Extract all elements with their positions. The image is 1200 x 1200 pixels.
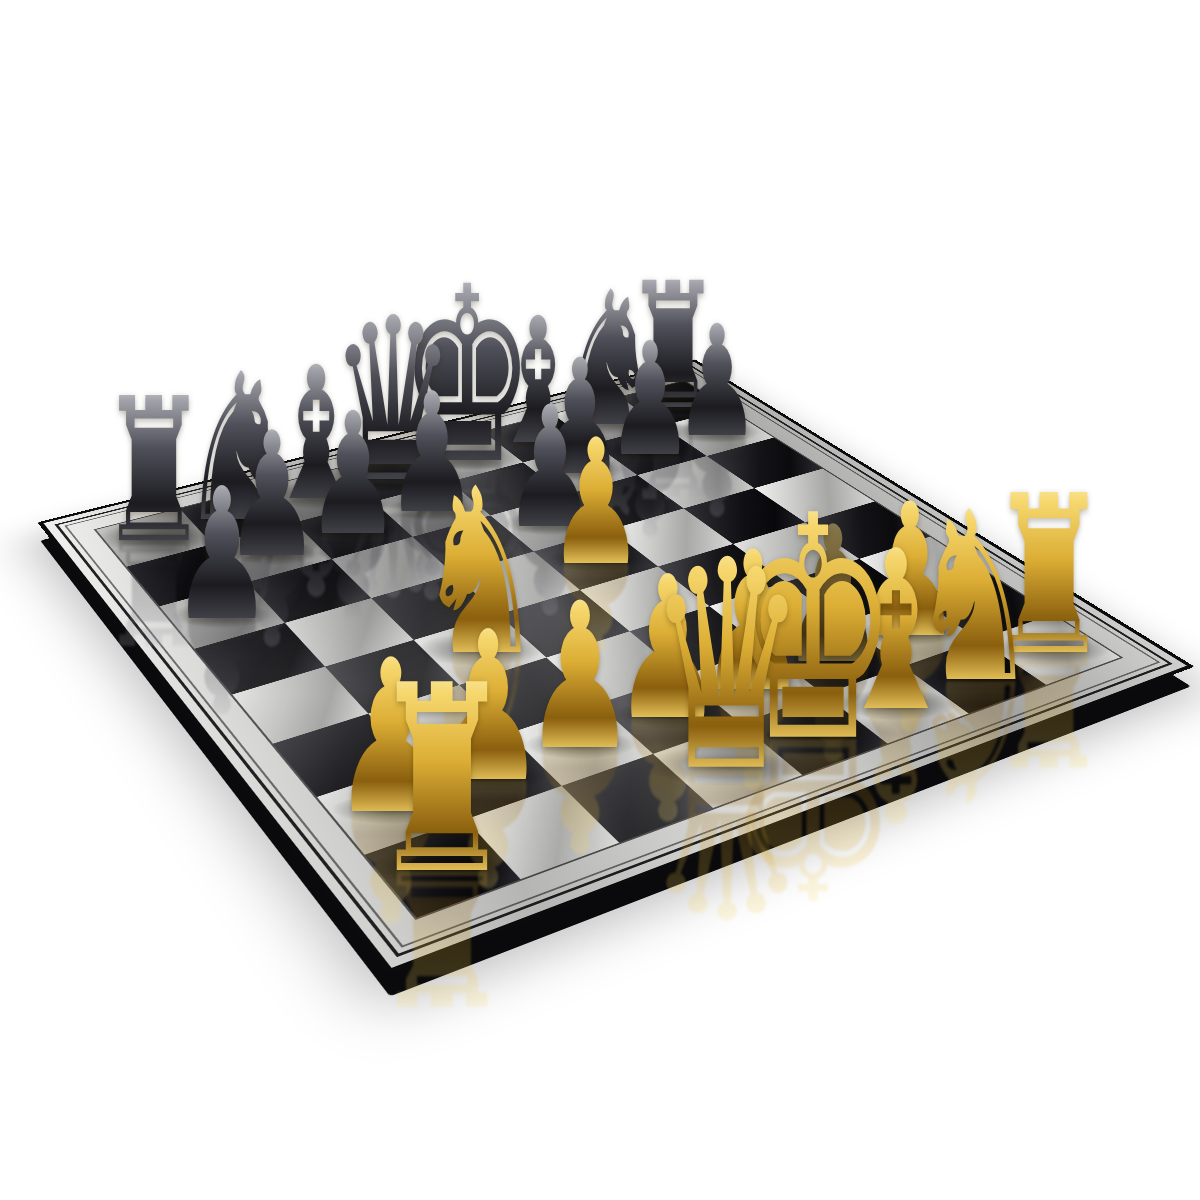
rook-glyph: ♜ [278, 652, 606, 911]
piece-white-rook-a1[interactable]: ♜♜ [242, 705, 642, 901]
product-photo-stage: ♜♜♞♞♝♝♛♛♚♚♝♝♞♞♜♜♟♟♟♟♟♟♟♟♟♟♟♟♟♟♟♟♟♟♞♞♟♟♟♟… [0, 0, 1200, 1200]
pieces-layer: ♜♜♞♞♝♝♛♛♚♚♝♝♞♞♜♜♟♟♟♟♟♟♟♟♟♟♟♟♟♟♟♟♟♟♞♞♟♟♟♟… [0, 0, 1200, 1200]
